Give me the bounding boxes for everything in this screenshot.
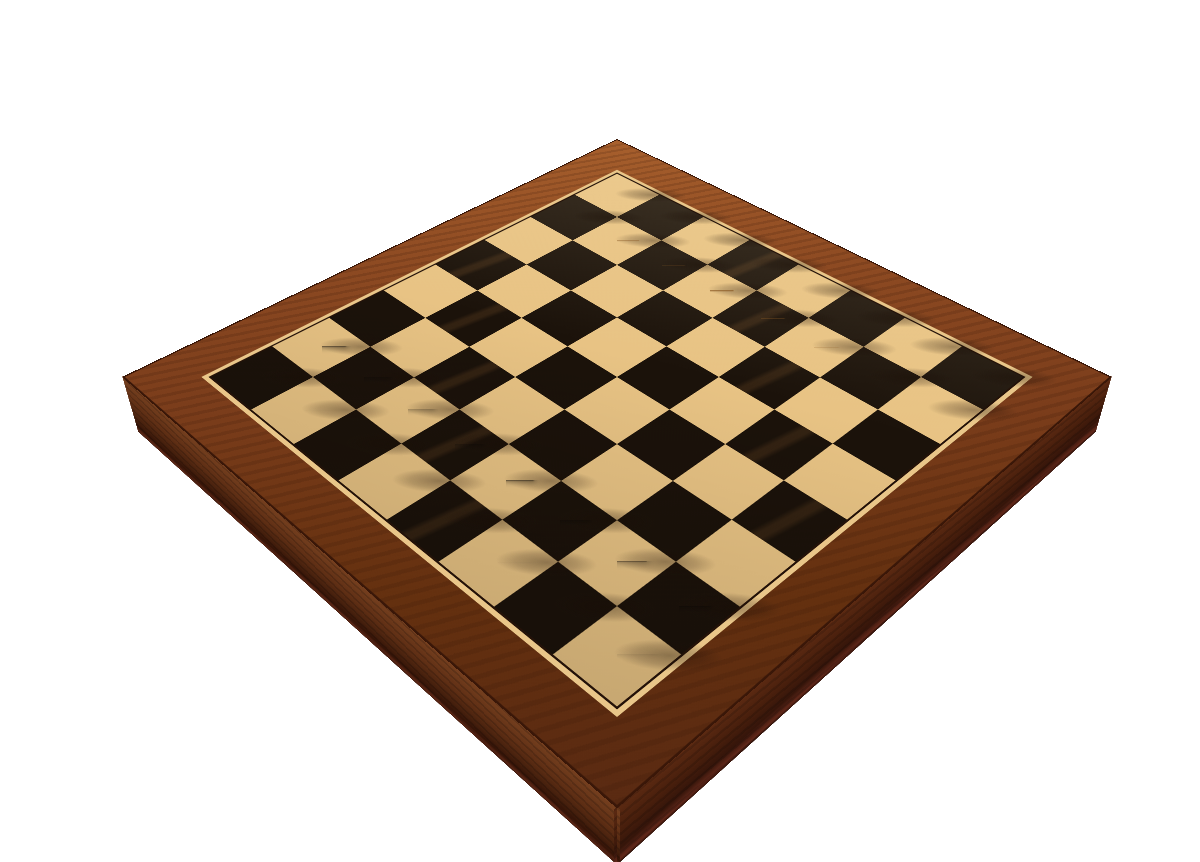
chess-board: ♜♞♝♛♚♝♞♜♟♟♟♟♟♟♟♟♜♞♝♛♚♝♞♜♟♟♟♟♟♟♟♟ (122, 139, 1112, 808)
scene: ♜♞♝♛♚♝♞♜♟♟♟♟♟♟♟♟♜♞♝♛♚♝♞♜♟♟♟♟♟♟♟♟ (0, 0, 1200, 862)
black-rook-glyph: ♜ (478, 534, 756, 670)
